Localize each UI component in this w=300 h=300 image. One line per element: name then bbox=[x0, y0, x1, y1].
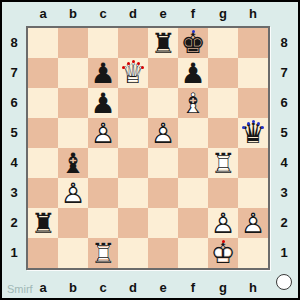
piece-black-pawn: ♟ bbox=[88, 88, 118, 118]
piece-white-king: ♚ bbox=[208, 238, 238, 268]
piece-white-pawn-outline: ♙ bbox=[238, 208, 268, 238]
square-e2[interactable] bbox=[148, 208, 178, 238]
square-g6[interactable] bbox=[208, 88, 238, 118]
file-label-g: g bbox=[208, 279, 238, 297]
rank-label-5: 5 bbox=[4, 118, 24, 148]
square-c5[interactable]: ♟♙ bbox=[88, 118, 118, 148]
square-d6[interactable] bbox=[118, 88, 148, 118]
file-label-g: g bbox=[208, 5, 238, 23]
piece-white-rook-outline: ♖ bbox=[208, 148, 238, 178]
file-label-b: b bbox=[58, 5, 88, 23]
square-d4[interactable] bbox=[118, 148, 148, 178]
rank-label-6: 6 bbox=[4, 88, 24, 118]
file-label-h: h bbox=[238, 5, 268, 23]
square-g5[interactable] bbox=[208, 118, 238, 148]
piece-white-pawn: ♟ bbox=[88, 118, 118, 148]
square-f6[interactable]: ♝♗ bbox=[178, 88, 208, 118]
square-d1[interactable] bbox=[118, 238, 148, 268]
rank-label-7: 7 bbox=[4, 58, 24, 88]
piece-white-bishop: ♝ bbox=[178, 88, 208, 118]
piece-black-rook: ♜ bbox=[28, 208, 58, 238]
square-f2[interactable] bbox=[178, 208, 208, 238]
white-royal-mark bbox=[137, 62, 140, 65]
rank-label-1: 1 bbox=[4, 238, 24, 268]
square-c1[interactable]: ♜♖ bbox=[88, 238, 118, 268]
piece-white-pawn: ♟ bbox=[148, 118, 178, 148]
square-b8[interactable] bbox=[58, 28, 88, 58]
rank-label-2: 2 bbox=[4, 208, 24, 238]
piece-white-rook-outline: ♖ bbox=[88, 238, 118, 268]
square-h5[interactable]: ♛ bbox=[238, 118, 268, 148]
square-c2[interactable] bbox=[88, 208, 118, 238]
file-label-a: a bbox=[28, 5, 58, 23]
rank-label-3: 3 bbox=[4, 178, 24, 208]
square-a6[interactable] bbox=[28, 88, 58, 118]
black-royal-mark bbox=[242, 126, 245, 129]
rank-label-4: 4 bbox=[4, 148, 24, 178]
piece-white-pawn-outline: ♙ bbox=[148, 118, 178, 148]
file-label-f: f bbox=[178, 279, 208, 297]
square-g4[interactable]: ♜♖ bbox=[208, 148, 238, 178]
white-royal-mark bbox=[132, 60, 135, 63]
rank-label-7: 7 bbox=[274, 58, 294, 88]
side-to-move-indicator bbox=[276, 274, 292, 290]
black-royal-mark bbox=[252, 120, 255, 123]
square-d2[interactable] bbox=[118, 208, 148, 238]
black-royal-mark bbox=[261, 126, 264, 129]
rank-label-2: 2 bbox=[274, 208, 294, 238]
square-g2[interactable]: ♟♙ bbox=[208, 208, 238, 238]
square-f7[interactable]: ♟ bbox=[178, 58, 208, 88]
square-h3[interactable] bbox=[238, 178, 268, 208]
piece-white-pawn-outline: ♙ bbox=[208, 208, 238, 238]
square-b6[interactable] bbox=[58, 88, 88, 118]
rank-label-8: 8 bbox=[274, 28, 294, 58]
piece-white-queen: ♛ bbox=[118, 58, 148, 88]
file-labels-bottom: abcdefgh bbox=[28, 279, 268, 297]
square-c3[interactable] bbox=[88, 178, 118, 208]
piece-white-pawn-outline: ♙ bbox=[58, 178, 88, 208]
square-f3[interactable] bbox=[178, 178, 208, 208]
square-e6[interactable] bbox=[148, 88, 178, 118]
piece-white-pawn: ♟ bbox=[238, 208, 268, 238]
square-a5[interactable] bbox=[28, 118, 58, 148]
chess-board: ♜♚♟♛♕♟♟♝♗♟♙♟♙♛♝♜♖♟♙♜♟♙♟♙♜♖♚♔ bbox=[26, 26, 270, 270]
square-c7[interactable]: ♟ bbox=[88, 58, 118, 88]
square-d8[interactable] bbox=[118, 28, 148, 58]
file-label-e: e bbox=[148, 5, 178, 23]
square-a1[interactable] bbox=[28, 238, 58, 268]
square-a3[interactable] bbox=[28, 178, 58, 208]
piece-black-pawn: ♟ bbox=[178, 58, 208, 88]
square-b5[interactable] bbox=[58, 118, 88, 148]
square-g8[interactable] bbox=[208, 28, 238, 58]
rank-label-3: 3 bbox=[274, 178, 294, 208]
square-c8[interactable] bbox=[88, 28, 118, 58]
square-d3[interactable] bbox=[118, 178, 148, 208]
square-c4[interactable] bbox=[88, 148, 118, 178]
square-h8[interactable] bbox=[238, 28, 268, 58]
file-label-e: e bbox=[148, 279, 178, 297]
square-f8[interactable]: ♚ bbox=[178, 28, 208, 58]
piece-black-queen: ♛ bbox=[238, 118, 268, 148]
rank-labels-right: 87654321 bbox=[274, 28, 294, 268]
piece-white-queen-outline: ♕ bbox=[118, 58, 148, 88]
square-f1[interactable] bbox=[178, 238, 208, 268]
white-royal-mark bbox=[122, 66, 125, 69]
piece-white-rook: ♜ bbox=[88, 238, 118, 268]
square-e1[interactable] bbox=[148, 238, 178, 268]
square-f5[interactable] bbox=[178, 118, 208, 148]
piece-black-pawn: ♟ bbox=[88, 58, 118, 88]
square-a2[interactable]: ♜ bbox=[28, 208, 58, 238]
rank-labels-left: 87654321 bbox=[4, 28, 24, 268]
piece-white-bishop-outline: ♗ bbox=[178, 88, 208, 118]
square-f4[interactable] bbox=[178, 148, 208, 178]
rank-label-4: 4 bbox=[274, 148, 294, 178]
square-e4[interactable] bbox=[148, 148, 178, 178]
square-c6[interactable]: ♟ bbox=[88, 88, 118, 118]
square-b2[interactable] bbox=[58, 208, 88, 238]
square-a7[interactable] bbox=[28, 58, 58, 88]
white-royal-mark bbox=[141, 66, 144, 69]
square-h7[interactable] bbox=[238, 58, 268, 88]
square-b3[interactable]: ♟♙ bbox=[58, 178, 88, 208]
square-h1[interactable] bbox=[238, 238, 268, 268]
piece-black-king: ♚ bbox=[178, 28, 208, 58]
square-g3[interactable] bbox=[208, 178, 238, 208]
square-e5[interactable]: ♟♙ bbox=[148, 118, 178, 148]
file-labels-top: abcdefgh bbox=[28, 5, 268, 23]
black-royal-mark bbox=[192, 30, 195, 33]
file-label-c: c bbox=[88, 5, 118, 23]
white-royal-mark bbox=[222, 240, 225, 243]
piece-black-rook: ♜ bbox=[148, 28, 178, 58]
piece-white-king-outline: ♔ bbox=[208, 238, 238, 268]
file-label-d: d bbox=[118, 5, 148, 23]
square-e3[interactable] bbox=[148, 178, 178, 208]
square-e8[interactable]: ♜ bbox=[148, 28, 178, 58]
rank-label-1: 1 bbox=[274, 238, 294, 268]
square-b1[interactable] bbox=[58, 238, 88, 268]
square-g7[interactable] bbox=[208, 58, 238, 88]
rank-label-6: 6 bbox=[274, 88, 294, 118]
piece-white-pawn: ♟ bbox=[58, 178, 88, 208]
engine-label: Smirf bbox=[7, 281, 33, 297]
square-e7[interactable] bbox=[148, 58, 178, 88]
square-h6[interactable] bbox=[238, 88, 268, 118]
rank-label-8: 8 bbox=[4, 28, 24, 58]
black-royal-mark bbox=[247, 122, 250, 125]
file-label-f: f bbox=[178, 5, 208, 23]
white-royal-mark bbox=[127, 62, 130, 65]
file-label-h: h bbox=[238, 279, 268, 297]
piece-black-bishop: ♝ bbox=[58, 148, 88, 178]
file-label-c: c bbox=[88, 279, 118, 297]
file-label-d: d bbox=[118, 279, 148, 297]
piece-white-rook: ♜ bbox=[208, 148, 238, 178]
piece-white-pawn: ♟ bbox=[208, 208, 238, 238]
square-h2[interactable]: ♟♙ bbox=[238, 208, 268, 238]
piece-white-pawn-outline: ♙ bbox=[88, 118, 118, 148]
square-a4[interactable] bbox=[28, 148, 58, 178]
square-a8[interactable] bbox=[28, 28, 58, 58]
chess-diagram: abcdefgh 87654321 87654321 ♜♚♟♛♕♟♟♝♗♟♙♟♙… bbox=[0, 0, 300, 300]
square-d5[interactable] bbox=[118, 118, 148, 148]
rank-label-5: 5 bbox=[274, 118, 294, 148]
square-g1[interactable]: ♚♔ bbox=[208, 238, 238, 268]
file-label-b: b bbox=[58, 279, 88, 297]
square-d7[interactable]: ♛♕ bbox=[118, 58, 148, 88]
square-b7[interactable] bbox=[58, 58, 88, 88]
black-royal-mark bbox=[257, 122, 260, 125]
square-h4[interactable] bbox=[238, 148, 268, 178]
square-b4[interactable]: ♝ bbox=[58, 148, 88, 178]
